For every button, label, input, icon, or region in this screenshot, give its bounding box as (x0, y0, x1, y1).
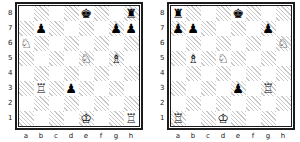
square-d7 (64, 21, 79, 36)
file-label-f: f (94, 130, 109, 142)
square-e7 (79, 21, 94, 36)
rank-label-5: 5 (158, 51, 167, 66)
square-e4 (79, 66, 94, 81)
file-label-g: g (109, 130, 124, 142)
square-f7 (94, 21, 109, 36)
white-knight: ♘ (277, 36, 289, 51)
black-pawn: ♟ (232, 81, 244, 96)
rank-label-6: 6 (158, 36, 167, 51)
square-b5: ♗ (186, 51, 201, 66)
square-e3: ♟ (231, 81, 246, 96)
square-d2 (216, 96, 231, 111)
square-f8 (246, 6, 261, 21)
square-g6 (261, 36, 276, 51)
file-label-c: c (201, 130, 216, 142)
white-rook: ♖ (262, 81, 274, 96)
square-b1 (186, 111, 201, 126)
square-d1: ♔ (216, 111, 231, 126)
file-labels: abcdefgh (167, 130, 295, 142)
square-a1: ♖ (171, 111, 186, 126)
square-c2 (201, 96, 216, 111)
square-f6 (246, 36, 261, 51)
square-a3 (171, 81, 186, 96)
square-a4 (19, 66, 34, 81)
square-h5 (276, 51, 291, 66)
file-label-b: b (186, 130, 201, 142)
square-a5 (171, 51, 186, 66)
rank-label-8: 8 (6, 6, 15, 21)
square-e3 (79, 81, 94, 96)
white-knight: ♘ (217, 51, 229, 66)
black-king: ♚ (80, 6, 92, 21)
square-f7 (246, 21, 261, 36)
square-e5 (231, 51, 246, 66)
rank-label-2: 2 (158, 96, 167, 111)
file-label-d: d (216, 130, 231, 142)
black-pawn: ♟ (110, 21, 122, 36)
square-g1 (261, 111, 276, 126)
square-c3 (201, 81, 216, 96)
square-d3: ♟ (64, 81, 79, 96)
square-c6 (49, 36, 64, 51)
square-b7: ♟ (186, 21, 201, 36)
black-king: ♚ (232, 6, 244, 21)
square-c1 (49, 111, 64, 126)
white-rook: ♖ (125, 111, 137, 126)
square-f3 (94, 81, 109, 96)
square-h7: ♟ (124, 21, 139, 36)
square-g4 (109, 66, 124, 81)
square-a3 (19, 81, 34, 96)
black-pawn: ♟ (125, 21, 137, 36)
square-e8: ♚ (79, 6, 94, 21)
black-rook: ♜ (125, 6, 137, 21)
square-d3 (216, 81, 231, 96)
white-knight: ♘ (80, 51, 92, 66)
square-a8: ♜ (171, 6, 186, 21)
square-b4 (186, 66, 201, 81)
square-c5 (201, 51, 216, 66)
square-g7: ♟ (261, 21, 276, 36)
rank-label-3: 3 (6, 81, 15, 96)
square-g8 (261, 6, 276, 21)
square-c6 (201, 36, 216, 51)
file-label-b: b (34, 130, 49, 142)
square-f3 (246, 81, 261, 96)
square-d6 (64, 36, 79, 51)
square-d7 (216, 21, 231, 36)
square-c4 (49, 66, 64, 81)
rank-label-5: 5 (6, 51, 15, 66)
diagram-pair: 87654321 ♚♜♟♟♟♘♘♗♖♟♔♖ abcdefgh 87654321 … (0, 0, 300, 142)
square-e8: ♚ (231, 6, 246, 21)
file-label-c: c (49, 130, 64, 142)
rank-label-7: 7 (6, 21, 15, 36)
square-f4 (94, 66, 109, 81)
black-pawn: ♟ (172, 21, 184, 36)
file-label-a: a (171, 130, 186, 142)
square-h1 (276, 111, 291, 126)
file-label-d: d (64, 130, 79, 142)
square-d5 (64, 51, 79, 66)
right-chess-board: ♜♚♟♟♟♘♗♘♟♖♖♔ (170, 5, 292, 127)
file-label-f: f (246, 130, 261, 142)
square-d2 (64, 96, 79, 111)
square-a2 (19, 96, 34, 111)
square-h6 (124, 36, 139, 51)
square-f5 (246, 51, 261, 66)
white-rook: ♖ (35, 81, 47, 96)
square-h1: ♖ (124, 111, 139, 126)
square-c3 (49, 81, 64, 96)
right-board-unit: 87654321 ♜♚♟♟♟♘♗♘♟♖♖♔ abcdefgh (158, 2, 295, 142)
square-e1: ♔ (79, 111, 94, 126)
rank-label-1: 1 (6, 111, 15, 126)
file-label-e: e (231, 130, 246, 142)
rank-label-2: 2 (6, 96, 15, 111)
square-e5: ♘ (79, 51, 94, 66)
square-a6 (171, 36, 186, 51)
square-a2 (171, 96, 186, 111)
square-c5 (49, 51, 64, 66)
white-rook: ♖ (172, 111, 184, 126)
black-rook: ♜ (172, 6, 184, 21)
square-d4 (64, 66, 79, 81)
square-h2 (124, 96, 139, 111)
square-c8 (201, 6, 216, 21)
square-d1 (64, 111, 79, 126)
white-knight: ♘ (20, 36, 32, 51)
square-h3 (276, 81, 291, 96)
square-g5 (261, 51, 276, 66)
square-h3 (124, 81, 139, 96)
square-g4 (261, 66, 276, 81)
file-label-e: e (79, 130, 94, 142)
square-a8 (19, 6, 34, 21)
square-d4 (216, 66, 231, 81)
square-e6 (231, 36, 246, 51)
square-b2 (34, 96, 49, 111)
square-f5 (94, 51, 109, 66)
square-a7: ♟ (171, 21, 186, 36)
square-c7 (201, 21, 216, 36)
rank-label-7: 7 (158, 21, 167, 36)
square-c7 (49, 21, 64, 36)
square-g2 (261, 96, 276, 111)
file-label-h: h (124, 130, 139, 142)
square-g2 (109, 96, 124, 111)
black-pawn: ♟ (262, 21, 274, 36)
square-f6 (94, 36, 109, 51)
rank-labels: 87654321 (6, 2, 15, 130)
rank-label-8: 8 (158, 6, 167, 21)
square-g7: ♟ (109, 21, 124, 36)
black-pawn: ♟ (187, 21, 199, 36)
square-h8 (276, 6, 291, 21)
square-a7 (19, 21, 34, 36)
rank-labels: 87654321 (158, 2, 167, 130)
square-b5 (34, 51, 49, 66)
square-e7 (231, 21, 246, 36)
square-g3 (109, 81, 124, 96)
square-b3 (186, 81, 201, 96)
square-c2 (49, 96, 64, 111)
white-bishop: ♗ (110, 51, 122, 66)
square-f1 (246, 111, 261, 126)
rank-label-4: 4 (158, 66, 167, 81)
white-king: ♔ (80, 111, 92, 126)
rank-label-6: 6 (6, 36, 15, 51)
square-b6 (186, 36, 201, 51)
square-b6 (34, 36, 49, 51)
square-e4 (231, 66, 246, 81)
square-d8 (216, 6, 231, 21)
square-e6 (79, 36, 94, 51)
right-board-frame: ♜♚♟♟♟♘♗♘♟♖♖♔ (167, 2, 295, 130)
rank-label-4: 4 (6, 66, 15, 81)
square-c1 (201, 111, 216, 126)
left-board-frame: ♚♜♟♟♟♘♘♗♖♟♔♖ (15, 2, 143, 130)
square-g8 (109, 6, 124, 21)
square-c8 (49, 6, 64, 21)
square-g3: ♖ (261, 81, 276, 96)
square-c4 (201, 66, 216, 81)
square-a6: ♘ (19, 36, 34, 51)
square-h6: ♘ (276, 36, 291, 51)
square-b8 (186, 6, 201, 21)
square-b3: ♖ (34, 81, 49, 96)
file-label-a: a (19, 130, 34, 142)
square-a1 (19, 111, 34, 126)
square-d5: ♘ (216, 51, 231, 66)
square-d6 (216, 36, 231, 51)
file-labels: abcdefgh (15, 130, 143, 142)
square-a5 (19, 51, 34, 66)
square-e2 (79, 96, 94, 111)
square-b7: ♟ (34, 21, 49, 36)
rank-label-3: 3 (158, 81, 167, 96)
square-b8 (34, 6, 49, 21)
black-pawn: ♟ (35, 21, 47, 36)
square-h8: ♜ (124, 6, 139, 21)
square-h4 (124, 66, 139, 81)
square-g6 (109, 36, 124, 51)
square-h7 (276, 21, 291, 36)
square-f1 (94, 111, 109, 126)
black-pawn: ♟ (65, 81, 77, 96)
square-a4 (171, 66, 186, 81)
square-b2 (186, 96, 201, 111)
white-king: ♔ (217, 111, 229, 126)
file-label-g: g (261, 130, 276, 142)
rank-label-1: 1 (158, 111, 167, 126)
square-g5: ♗ (109, 51, 124, 66)
square-f2 (246, 96, 261, 111)
square-f4 (246, 66, 261, 81)
square-b1 (34, 111, 49, 126)
square-h4 (276, 66, 291, 81)
left-chess-board: ♚♜♟♟♟♘♘♗♖♟♔♖ (18, 5, 140, 127)
square-f2 (94, 96, 109, 111)
square-e2 (231, 96, 246, 111)
square-e1 (231, 111, 246, 126)
file-label-h: h (276, 130, 291, 142)
white-bishop: ♗ (187, 51, 199, 66)
square-h2 (276, 96, 291, 111)
square-g1 (109, 111, 124, 126)
left-board-unit: 87654321 ♚♜♟♟♟♘♘♗♖♟♔♖ abcdefgh (6, 2, 143, 142)
square-d8 (64, 6, 79, 21)
square-f8 (94, 6, 109, 21)
square-b4 (34, 66, 49, 81)
square-h5 (124, 51, 139, 66)
